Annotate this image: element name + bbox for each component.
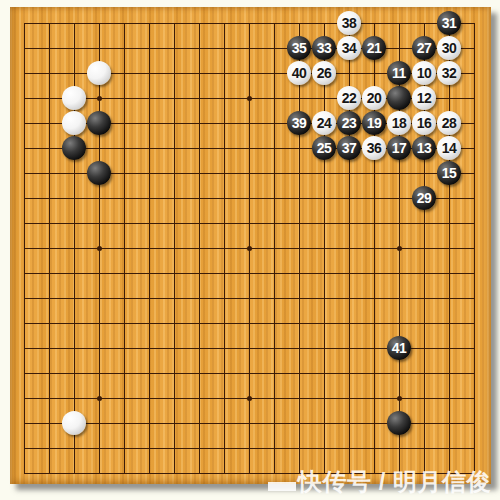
stone-black-C14 (62, 136, 86, 160)
stone-move-24-white-N15: 24 (312, 111, 336, 135)
stone-move-17-black-Q14: 17 (387, 136, 411, 160)
stone-move-18-white-Q15: 18 (387, 111, 411, 135)
stone-black-Q3 (387, 411, 411, 435)
stone-white-C16 (62, 86, 86, 110)
go-board: 3831353334212730402611103222201239242319… (10, 7, 491, 484)
star-point (247, 96, 252, 101)
stone-move-31-black-S19: 31 (437, 11, 461, 35)
stone-move-37-black-O14: 37 (337, 136, 361, 160)
stone-black-D13 (87, 161, 111, 185)
stone-move-19-black-P15: 19 (362, 111, 386, 135)
stone-move-29-black-R12: 29 (412, 186, 436, 210)
board-intersections: 3831353334212730402611103222201239242319… (12, 11, 487, 486)
stone-move-13-black-R14: 13 (412, 136, 436, 160)
stone-move-10-white-R17: 10 (412, 61, 436, 85)
stone-move-25-black-N14: 25 (312, 136, 336, 160)
star-point (97, 246, 102, 251)
stone-move-35-black-M18: 35 (287, 36, 311, 60)
stone-move-14-white-S14: 14 (437, 136, 461, 160)
watermark-text: 快传号 / 明月信俊 (298, 468, 491, 497)
stone-move-22-white-O16: 22 (337, 86, 361, 110)
stone-move-41-black-Q6: 41 (387, 336, 411, 360)
stone-move-21-black-P18: 21 (362, 36, 386, 60)
stone-move-34-white-O18: 34 (337, 36, 361, 60)
stone-move-28-white-S15: 28 (437, 111, 461, 135)
stone-move-36-white-P14: 36 (362, 136, 386, 160)
star-point (97, 96, 102, 101)
stone-move-40-white-M17: 40 (287, 61, 311, 85)
stone-white-C3 (62, 411, 86, 435)
stone-move-12-white-R16: 12 (412, 86, 436, 110)
stone-move-11-black-Q17: 11 (387, 61, 411, 85)
stone-move-30-white-S18: 30 (437, 36, 461, 60)
star-point (247, 396, 252, 401)
stone-move-20-white-P16: 20 (362, 86, 386, 110)
star-point (247, 246, 252, 251)
stone-move-16-white-R15: 16 (412, 111, 436, 135)
page: 3831353334212730402611103222201239242319… (0, 0, 500, 500)
stone-move-39-black-M15: 39 (287, 111, 311, 135)
stone-black-D15 (87, 111, 111, 135)
watermark: 快传号 / 明月信俊 (268, 468, 491, 497)
stone-move-33-black-N18: 33 (312, 36, 336, 60)
star-point (97, 396, 102, 401)
stone-move-32-white-S17: 32 (437, 61, 461, 85)
stone-move-23-black-O15: 23 (337, 111, 361, 135)
stone-move-26-white-N17: 26 (312, 61, 336, 85)
stone-white-C15 (62, 111, 86, 135)
stone-white-D17 (87, 61, 111, 85)
stone-move-15-black-S13: 15 (437, 161, 461, 185)
stone-move-38-white-O19: 38 (337, 11, 361, 35)
stone-move-27-black-R18: 27 (412, 36, 436, 60)
watermark-underline-bar (268, 482, 296, 491)
stone-black-Q16 (387, 86, 411, 110)
star-point (397, 246, 402, 251)
star-point (397, 396, 402, 401)
